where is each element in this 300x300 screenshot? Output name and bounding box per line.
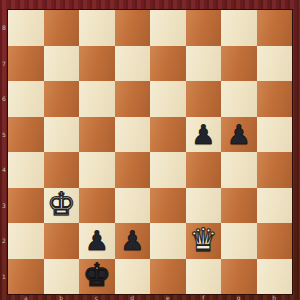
square-e4[interactable] bbox=[150, 152, 186, 188]
rank-label-1: 1 bbox=[0, 259, 8, 295]
rank-label-2: 2 bbox=[0, 223, 8, 259]
square-b4[interactable] bbox=[44, 152, 80, 188]
square-b2[interactable] bbox=[44, 223, 80, 259]
file-label-a: a bbox=[8, 294, 44, 300]
square-g3[interactable] bbox=[221, 188, 257, 224]
square-h5[interactable] bbox=[257, 117, 293, 153]
black-pawn-piece[interactable]: ♟ bbox=[120, 227, 144, 254]
square-a2[interactable] bbox=[8, 223, 44, 259]
square-c1[interactable]: ♚ bbox=[79, 259, 115, 295]
chessboard: ♟♟♚♟♟♛♚ bbox=[8, 10, 292, 294]
square-d2[interactable]: ♟ bbox=[115, 223, 151, 259]
square-h4[interactable] bbox=[257, 152, 293, 188]
rank-label-5: 5 bbox=[0, 117, 8, 153]
square-g6[interactable] bbox=[221, 81, 257, 117]
rank-label-4: 4 bbox=[0, 152, 8, 188]
square-b8[interactable] bbox=[44, 10, 80, 46]
square-a5[interactable] bbox=[8, 117, 44, 153]
square-a4[interactable] bbox=[8, 152, 44, 188]
square-c2[interactable]: ♟ bbox=[79, 223, 115, 259]
square-c6[interactable] bbox=[79, 81, 115, 117]
square-h1[interactable] bbox=[257, 259, 293, 295]
square-f8[interactable] bbox=[186, 10, 222, 46]
square-c5[interactable] bbox=[79, 117, 115, 153]
rank-label-7: 7 bbox=[0, 46, 8, 82]
square-d7[interactable] bbox=[115, 46, 151, 82]
square-f7[interactable] bbox=[186, 46, 222, 82]
square-g8[interactable] bbox=[221, 10, 257, 46]
square-d5[interactable] bbox=[115, 117, 151, 153]
square-h8[interactable] bbox=[257, 10, 293, 46]
rank-label-8: 8 bbox=[0, 10, 8, 46]
square-e7[interactable] bbox=[150, 46, 186, 82]
square-f2[interactable]: ♛ bbox=[186, 223, 222, 259]
square-a6[interactable] bbox=[8, 81, 44, 117]
square-f4[interactable] bbox=[186, 152, 222, 188]
square-f6[interactable] bbox=[186, 81, 222, 117]
chess-diagram: ♟♟♚♟♟♛♚ 87654321abcdefgh bbox=[0, 0, 300, 300]
file-label-c: c bbox=[79, 294, 115, 300]
square-b6[interactable] bbox=[44, 81, 80, 117]
square-d1[interactable] bbox=[115, 259, 151, 295]
file-label-h: h bbox=[257, 294, 293, 300]
white-queen-piece[interactable]: ♛ bbox=[189, 224, 218, 256]
square-d6[interactable] bbox=[115, 81, 151, 117]
square-e1[interactable] bbox=[150, 259, 186, 295]
square-d4[interactable] bbox=[115, 152, 151, 188]
square-c4[interactable] bbox=[79, 152, 115, 188]
square-b7[interactable] bbox=[44, 46, 80, 82]
file-label-e: e bbox=[150, 294, 186, 300]
square-a7[interactable] bbox=[8, 46, 44, 82]
square-d8[interactable] bbox=[115, 10, 151, 46]
rank-label-3: 3 bbox=[0, 188, 8, 224]
square-f3[interactable] bbox=[186, 188, 222, 224]
square-a8[interactable] bbox=[8, 10, 44, 46]
square-e5[interactable] bbox=[150, 117, 186, 153]
square-a3[interactable] bbox=[8, 188, 44, 224]
square-b1[interactable] bbox=[44, 259, 80, 295]
file-label-b: b bbox=[44, 294, 80, 300]
square-h6[interactable] bbox=[257, 81, 293, 117]
square-c3[interactable] bbox=[79, 188, 115, 224]
square-g7[interactable] bbox=[221, 46, 257, 82]
white-king-piece[interactable]: ♚ bbox=[47, 188, 76, 220]
square-g4[interactable] bbox=[221, 152, 257, 188]
black-pawn-piece[interactable]: ♟ bbox=[85, 227, 109, 254]
file-label-d: d bbox=[115, 294, 151, 300]
square-e2[interactable] bbox=[150, 223, 186, 259]
black-king-piece[interactable]: ♚ bbox=[82, 259, 111, 291]
square-e6[interactable] bbox=[150, 81, 186, 117]
square-b5[interactable] bbox=[44, 117, 80, 153]
black-pawn-piece[interactable]: ♟ bbox=[227, 121, 251, 148]
square-h7[interactable] bbox=[257, 46, 293, 82]
square-e3[interactable] bbox=[150, 188, 186, 224]
rank-label-6: 6 bbox=[0, 81, 8, 117]
square-d3[interactable] bbox=[115, 188, 151, 224]
square-a1[interactable] bbox=[8, 259, 44, 295]
square-c8[interactable] bbox=[79, 10, 115, 46]
square-g5[interactable]: ♟ bbox=[221, 117, 257, 153]
black-pawn-piece[interactable]: ♟ bbox=[191, 121, 215, 148]
file-label-g: g bbox=[221, 294, 257, 300]
square-h3[interactable] bbox=[257, 188, 293, 224]
file-label-f: f bbox=[186, 294, 222, 300]
square-f5[interactable]: ♟ bbox=[186, 117, 222, 153]
square-b3[interactable]: ♚ bbox=[44, 188, 80, 224]
square-c7[interactable] bbox=[79, 46, 115, 82]
square-g1[interactable] bbox=[221, 259, 257, 295]
square-g2[interactable] bbox=[221, 223, 257, 259]
square-h2[interactable] bbox=[257, 223, 293, 259]
square-e8[interactable] bbox=[150, 10, 186, 46]
square-f1[interactable] bbox=[186, 259, 222, 295]
